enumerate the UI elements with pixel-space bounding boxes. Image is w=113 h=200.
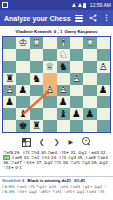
square-b7[interactable]: ♟: [83, 108, 96, 120]
square-e2[interactable]: [43, 49, 56, 61]
square-g3[interactable]: [16, 61, 29, 73]
square-b8[interactable]: [83, 120, 96, 132]
black-k-piece: ♚: [16, 120, 29, 132]
black-p-piece: ♟: [16, 85, 29, 97]
square-g4[interactable]: [16, 73, 29, 85]
players-bar: Vladimir Kramnik 0 - 1 Garry Kasparov: [0, 26, 113, 36]
engine-time: 01:41: [74, 178, 85, 183]
square-e1[interactable]: [43, 37, 56, 49]
square-c7[interactable]: ♟: [70, 108, 83, 120]
app-screen: 12:59 AM Analyze your Chess ⋮ Vladimir K…: [0, 0, 113, 200]
square-f2[interactable]: [30, 49, 43, 61]
square-c1[interactable]: [70, 37, 83, 49]
wifi-icon: [72, 3, 76, 7]
white-p-outline: ♙: [43, 85, 56, 97]
square-b6[interactable]: [83, 96, 96, 108]
engine-name: Stockfish 8: [2, 178, 24, 183]
status-time: 12:59 AM: [90, 2, 111, 8]
black-p-piece: ♟: [97, 85, 110, 97]
square-d7[interactable]: ♝: [57, 108, 70, 120]
black-b-piece: ♝: [16, 108, 29, 120]
signal-icon: [78, 3, 82, 7]
square-d3[interactable]: ♞: [57, 61, 70, 73]
square-d1[interactable]: ♝♗: [57, 37, 70, 49]
square-f6[interactable]: [30, 96, 43, 108]
square-d4[interactable]: [57, 73, 70, 85]
square-f4[interactable]: ♞: [30, 73, 43, 85]
square-e7[interactable]: [43, 108, 56, 120]
analysis-board-icon[interactable]: [22, 138, 30, 146]
play-icon[interactable]: ▶: [69, 137, 74, 147]
black-n-piece: ♞: [57, 61, 70, 73]
move-list-icon[interactable]: [75, 15, 83, 22]
board-grid[interactable]: ♚♔♜♖♝♗♜♖♞♘♛♕♞♟♙♜♞♟♙♟♙♟♟♙♟♙♟♟♟♝♝♟♟♚♜: [3, 37, 110, 132]
black-p-piece: ♟: [70, 108, 83, 120]
square-a8[interactable]: [97, 120, 110, 132]
square-g1[interactable]: ♚♔: [16, 37, 29, 49]
app-bar: Analyze your Chess ⋮: [0, 10, 113, 26]
square-a4[interactable]: [97, 73, 110, 85]
engine-line-2: (-6.39) ♘h3+ ♔g2 ♘df4+ ♖xf4 ♘xf4+ ♔g1 ♗x…: [2, 189, 111, 194]
chess-board[interactable]: ♚♔♜♖♝♗♜♖♞♘♛♕♞♟♙♜♞♟♙♟♙♟♟♙♟♙♟♟♟♝♝♟♟♚♜: [2, 36, 111, 133]
square-g6[interactable]: [16, 96, 29, 108]
square-h1[interactable]: [3, 37, 16, 49]
black-b-piece: ♝: [57, 108, 70, 120]
square-c4[interactable]: ♟♙: [70, 73, 83, 85]
white-p-outline: ♙: [3, 85, 16, 97]
square-h6[interactable]: ♟: [3, 96, 16, 108]
square-b5[interactable]: [83, 85, 96, 97]
black-p-piece: ♟: [83, 108, 96, 120]
white-p-outline: ♙: [70, 73, 83, 85]
square-e4[interactable]: [43, 73, 56, 85]
square-c3[interactable]: [70, 61, 83, 73]
white-q-outline: ♕: [43, 61, 56, 73]
square-e3[interactable]: ♛♕: [43, 61, 56, 73]
share-icon[interactable]: [89, 14, 97, 22]
engine-status: Black is winning d=21: [28, 178, 72, 183]
black-n-piece: ♞: [30, 73, 43, 85]
white-p-outline: ♙: [97, 61, 110, 73]
move-list[interactable]: ♖ef8 29. ♗f3 ♖h4 30. fxe4 ♘f4+ 31. ♔g1 ♘…: [0, 149, 113, 175]
overflow-menu-icon[interactable]: ⋮: [103, 14, 110, 22]
square-b3[interactable]: [83, 61, 96, 73]
engine-panel[interactable]: Stockfish 8 Black is winning d=21 01:41 …: [0, 177, 113, 200]
square-a1[interactable]: [97, 37, 110, 49]
square-f8[interactable]: ♜: [30, 120, 43, 132]
square-g2[interactable]: [16, 49, 29, 61]
square-g7[interactable]: ♝: [16, 108, 29, 120]
square-d2[interactable]: ♞♘: [57, 49, 70, 61]
square-h7[interactable]: [3, 108, 16, 120]
moves-after[interactable]: ♗xe5 33. ♖e1 ♗h3 34. ♗f3 ♗g4 35. ♗xe5 ♖x…: [3, 155, 108, 170]
white-n-outline: ♘: [57, 49, 70, 61]
square-a6[interactable]: [97, 96, 110, 108]
square-g5[interactable]: ♟: [16, 85, 29, 97]
square-a2[interactable]: [97, 49, 110, 61]
square-d8[interactable]: [57, 120, 70, 132]
square-b2[interactable]: [83, 49, 96, 61]
game-result: 0 - 1: [54, 29, 63, 34]
square-e5[interactable]: ♟♙: [43, 85, 56, 97]
white-player-name: Vladimir Kramnik: [16, 29, 52, 34]
square-e8[interactable]: [43, 120, 56, 132]
previous-move-icon[interactable]: ❮: [39, 137, 45, 147]
square-c5[interactable]: [70, 85, 83, 97]
black-r-piece: ♜: [30, 120, 43, 132]
white-r-outline: ♖: [83, 37, 96, 49]
square-d5[interactable]: ♟♙: [57, 85, 70, 97]
black-r-piece: ♜: [3, 73, 16, 85]
square-a3[interactable]: ♟♙: [97, 61, 110, 73]
square-a5[interactable]: ♟: [97, 85, 110, 97]
notification-icon: [2, 2, 8, 8]
battery-icon: [83, 3, 86, 8]
square-f7[interactable]: [30, 108, 43, 120]
square-h2[interactable]: [3, 49, 16, 61]
black-p-piece: ♟: [3, 96, 16, 108]
square-c8[interactable]: [70, 120, 83, 132]
square-h3[interactable]: [3, 61, 16, 73]
next-move-icon[interactable]: ❯: [54, 137, 60, 147]
white-p-outline: ♙: [57, 85, 70, 97]
white-b-outline: ♗: [57, 37, 70, 49]
square-f3[interactable]: [30, 61, 43, 73]
white-r-outline: ♖: [30, 37, 43, 49]
zoom-analysis-icon[interactable]: +: [82, 137, 91, 146]
square-c6[interactable]: [70, 96, 83, 108]
square-f5[interactable]: [30, 85, 43, 97]
square-f1[interactable]: ♜♖: [30, 37, 43, 49]
black-p-piece: ♟: [57, 96, 70, 108]
square-h5[interactable]: ♟♙: [3, 85, 16, 97]
page-title: Analyze your Chess: [4, 15, 71, 22]
square-h8[interactable]: [3, 120, 16, 132]
black-player-name: Garry Kasparov: [64, 29, 97, 34]
square-d6[interactable]: ♟: [57, 96, 70, 108]
square-b4[interactable]: [83, 73, 96, 85]
square-h4[interactable]: ♜: [3, 73, 16, 85]
status-bar: 12:59 AM: [0, 0, 113, 10]
square-a7[interactable]: [97, 108, 110, 120]
square-b1[interactable]: ♜♖: [83, 37, 96, 49]
square-c2[interactable]: [70, 49, 83, 61]
white-k-outline: ♔: [16, 37, 29, 49]
board-toolbar: ❮ ❯ ▶ +: [0, 134, 113, 149]
square-g8[interactable]: ♚: [16, 120, 29, 132]
square-e6[interactable]: [43, 96, 56, 108]
